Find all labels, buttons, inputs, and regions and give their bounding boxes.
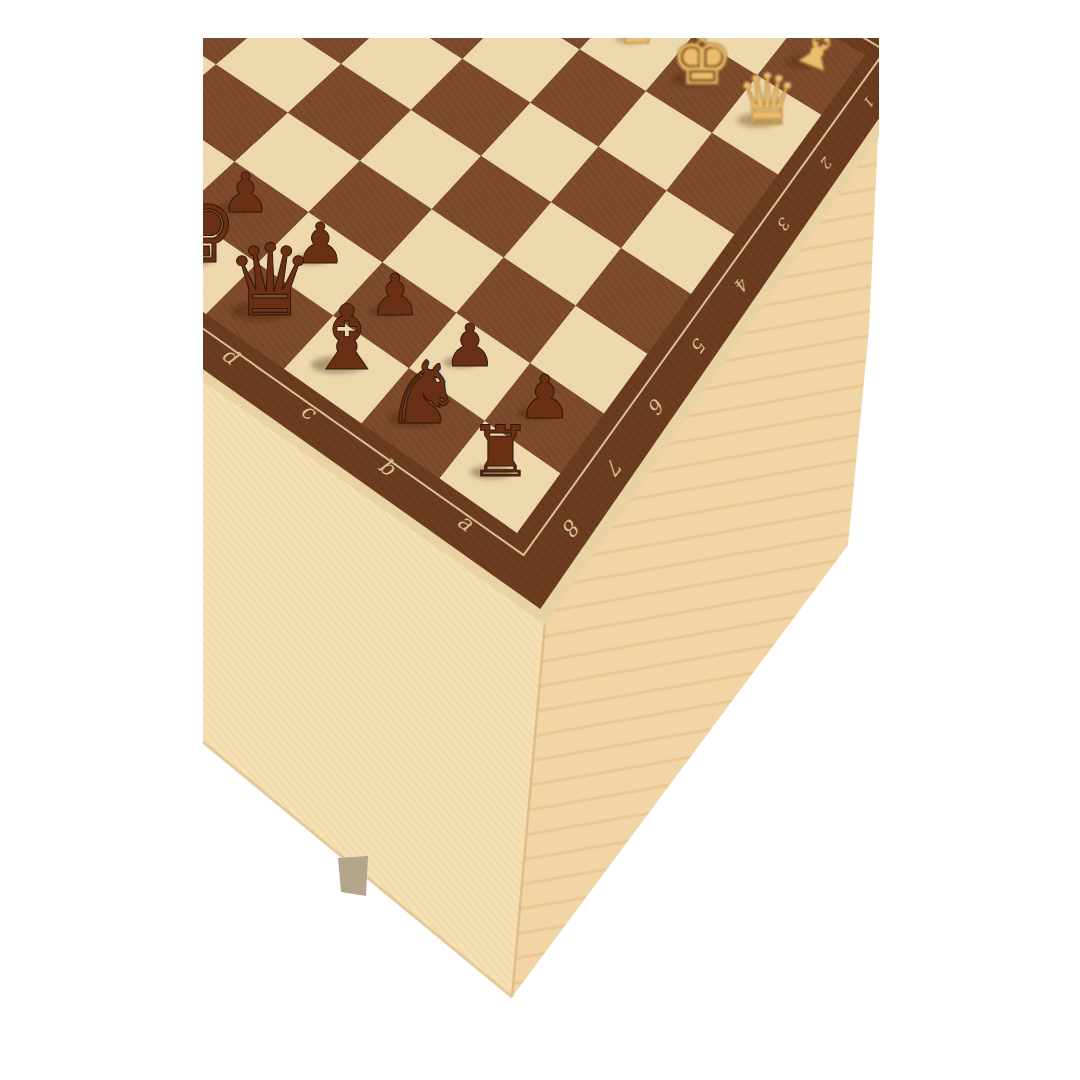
piece-glyph-queen: ♛ bbox=[225, 223, 314, 338]
scene-svg: abcdefgh87654321♟♝♚♛♟♚♟♟♛♟♝♟♞♜ bbox=[203, 38, 879, 1013]
photo-canvas: abcdefgh87654321♟♝♚♛♟♚♟♟♛♟♝♟♞♜ bbox=[0, 0, 1080, 1080]
chess-table-photo: abcdefgh87654321♟♝♚♛♟♚♟♟♛♟♝♟♞♜ bbox=[203, 38, 879, 1013]
piece-glyph-bishop: ♝ bbox=[307, 286, 387, 390]
piece-white-queen-a2: ♛ bbox=[735, 58, 799, 141]
piece-black-queen-d8: ♛ bbox=[225, 223, 314, 338]
piece-white-pawn-c2: ♟ bbox=[616, 38, 655, 52]
piece-black-bishop-c8: ♝ bbox=[307, 286, 387, 390]
piece-glyph-rook: ♜ bbox=[469, 411, 532, 493]
piece-black-knight-b8: ♞ bbox=[385, 342, 463, 444]
piece-white-king-b2: ♚ bbox=[670, 38, 734, 101]
piece-glyph-pawn: ♟ bbox=[619, 38, 655, 52]
table-leg bbox=[338, 856, 368, 896]
piece-black-rook-a8: ♜ bbox=[469, 411, 532, 493]
piece-glyph-queen: ♛ bbox=[735, 58, 799, 141]
piece-glyph-knight: ♞ bbox=[385, 342, 463, 444]
piece-glyph-king: ♚ bbox=[670, 38, 734, 101]
